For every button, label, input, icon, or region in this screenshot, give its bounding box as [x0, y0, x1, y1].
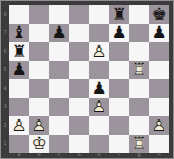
square-b4[interactable] — [29, 79, 49, 98]
square-a6[interactable]: ♜ — [9, 42, 29, 61]
square-f7[interactable]: ♟ — [109, 24, 129, 43]
square-e5[interactable] — [89, 61, 109, 80]
square-e3[interactable]: ♟♙ — [89, 98, 109, 117]
square-h7[interactable]: ♟ — [149, 24, 169, 43]
chess-board-frame: ♜♚♝♟♟♟♜♟♙♟♜♖♟♟♙♟♙♟♙♟♙♚♔♜♖ 87654321abcdef… — [0, 0, 174, 159]
square-g2[interactable] — [129, 116, 149, 135]
square-c3[interactable] — [49, 98, 69, 117]
piece-black-pawn[interactable]: ♟ — [49, 24, 69, 43]
file-label-d: d — [69, 152, 89, 157]
square-f3[interactable] — [109, 98, 129, 117]
square-g8[interactable] — [129, 5, 149, 24]
square-h4[interactable] — [149, 79, 169, 98]
square-d4[interactable] — [69, 79, 89, 98]
rank-label-3: 3 — [2, 104, 8, 109]
piece-black-pawn[interactable]: ♟ — [9, 61, 29, 80]
piece-black-bishop[interactable]: ♝ — [9, 24, 29, 43]
square-h6[interactable] — [149, 42, 169, 61]
rank-label-4: 4 — [2, 86, 8, 91]
rank-label-2: 2 — [2, 123, 8, 128]
square-d7[interactable] — [69, 24, 89, 43]
file-label-a: a — [9, 152, 29, 157]
square-b7[interactable] — [29, 24, 49, 43]
rank-label-7: 7 — [2, 30, 8, 35]
file-label-e: e — [89, 152, 109, 157]
piece-white-pawn[interactable]: ♙ — [89, 42, 109, 61]
square-b8[interactable] — [29, 5, 49, 24]
square-f6[interactable] — [109, 42, 129, 61]
square-d8[interactable] — [69, 5, 89, 24]
square-b5[interactable] — [29, 61, 49, 80]
square-d6[interactable] — [69, 42, 89, 61]
square-g7[interactable] — [129, 24, 149, 43]
square-g5[interactable]: ♜♖ — [129, 61, 149, 80]
square-d2[interactable] — [69, 116, 89, 135]
square-a3[interactable] — [9, 98, 29, 117]
piece-black-rook[interactable]: ♜ — [9, 42, 29, 61]
square-e6[interactable]: ♟♙ — [89, 42, 109, 61]
square-h2[interactable]: ♟♙ — [149, 116, 169, 135]
square-g3[interactable] — [129, 98, 149, 117]
piece-black-rook[interactable]: ♜ — [109, 5, 129, 24]
piece-white-pawn[interactable]: ♙ — [149, 116, 169, 135]
chess-board: ♜♚♝♟♟♟♜♟♙♟♜♖♟♟♙♟♙♟♙♟♙♚♔♜♖ — [9, 5, 169, 153]
square-b6[interactable] — [29, 42, 49, 61]
square-c4[interactable] — [49, 79, 69, 98]
square-a4[interactable] — [9, 79, 29, 98]
square-f4[interactable] — [109, 79, 129, 98]
square-b2[interactable]: ♟♙ — [29, 116, 49, 135]
piece-black-pawn[interactable]: ♟ — [109, 24, 129, 43]
square-f8[interactable]: ♜ — [109, 5, 129, 24]
square-c7[interactable]: ♟ — [49, 24, 69, 43]
file-label-c: c — [49, 152, 69, 157]
piece-black-pawn[interactable]: ♟ — [149, 24, 169, 43]
square-e7[interactable] — [89, 24, 109, 43]
square-e8[interactable] — [89, 5, 109, 24]
piece-white-pawn[interactable]: ♙ — [29, 116, 49, 135]
piece-white-pawn[interactable]: ♙ — [89, 98, 109, 117]
file-label-g: g — [129, 152, 149, 157]
file-label-f: f — [109, 152, 129, 157]
piece-black-king[interactable]: ♚ — [149, 5, 169, 24]
square-g4[interactable] — [129, 79, 149, 98]
square-d3[interactable] — [69, 98, 89, 117]
rank-label-8: 8 — [2, 12, 8, 17]
square-h5[interactable] — [149, 61, 169, 80]
piece-black-pawn[interactable]: ♟ — [89, 79, 109, 98]
square-a2[interactable]: ♟♙ — [9, 116, 29, 135]
rank-label-5: 5 — [2, 67, 8, 72]
square-a8[interactable] — [9, 5, 29, 24]
square-h8[interactable]: ♚ — [149, 5, 169, 24]
square-c2[interactable] — [49, 116, 69, 135]
square-g6[interactable] — [129, 42, 149, 61]
square-f5[interactable] — [109, 61, 129, 80]
file-label-h: h — [149, 152, 169, 157]
square-d5[interactable] — [69, 61, 89, 80]
piece-white-rook[interactable]: ♖ — [129, 61, 149, 80]
rank-label-1: 1 — [2, 141, 8, 146]
square-b3[interactable] — [29, 98, 49, 117]
square-a5[interactable]: ♟ — [9, 61, 29, 80]
square-e2[interactable] — [89, 116, 109, 135]
rank-label-6: 6 — [2, 49, 8, 54]
piece-white-pawn[interactable]: ♙ — [9, 116, 29, 135]
square-c6[interactable] — [49, 42, 69, 61]
square-f2[interactable] — [109, 116, 129, 135]
square-a7[interactable]: ♝ — [9, 24, 29, 43]
square-c8[interactable] — [49, 5, 69, 24]
square-c5[interactable] — [49, 61, 69, 80]
file-label-b: b — [29, 152, 49, 157]
square-e4[interactable]: ♟ — [89, 79, 109, 98]
square-h3[interactable] — [149, 98, 169, 117]
